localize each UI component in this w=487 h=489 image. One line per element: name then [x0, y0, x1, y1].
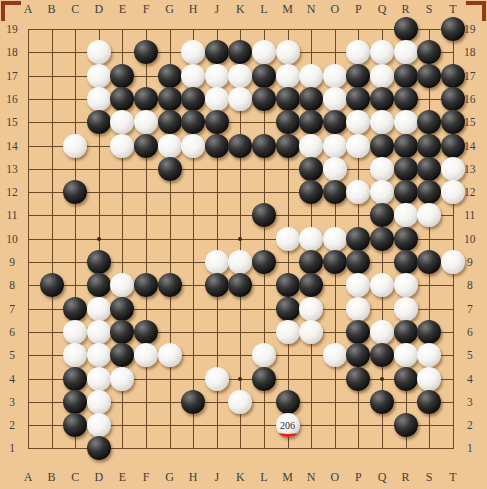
stone-black — [158, 64, 182, 88]
stone-white — [323, 157, 347, 181]
stone-white — [63, 134, 87, 158]
stone-white — [346, 134, 370, 158]
coord-label-right: 4 — [467, 373, 473, 384]
coord-label-bottom: O — [330, 471, 339, 483]
stone-black — [276, 390, 300, 414]
stone-black — [394, 413, 418, 437]
coord-label-bottom: J — [214, 471, 219, 483]
stone-black — [40, 273, 64, 297]
stone-white — [441, 180, 465, 204]
last-move-marker-stone: 206 — [276, 413, 300, 437]
stone-black — [87, 273, 111, 297]
stone-black — [441, 17, 465, 41]
stone-black — [394, 17, 418, 41]
coord-label-left: 18 — [6, 47, 18, 58]
stone-black — [346, 87, 370, 111]
stone-black — [370, 227, 394, 251]
stone-white — [394, 297, 418, 321]
stone-white — [87, 64, 111, 88]
star-point — [238, 377, 242, 381]
stone-black — [370, 203, 394, 227]
stone-black — [346, 227, 370, 251]
coord-label-left: 12 — [6, 187, 18, 198]
coord-label-top: M — [282, 3, 293, 15]
stone-white — [346, 40, 370, 64]
stone-black — [346, 367, 370, 391]
stone-black — [276, 273, 300, 297]
stone-white — [394, 40, 418, 64]
stone-black — [346, 320, 370, 344]
last-move-number: 206 — [280, 420, 295, 431]
stone-white — [346, 110, 370, 134]
stone-white — [370, 40, 394, 64]
coord-label-left: 2 — [9, 420, 15, 431]
coord-label-left: 5 — [9, 350, 15, 361]
stone-white — [110, 367, 134, 391]
stone-black — [110, 87, 134, 111]
stone-white — [276, 64, 300, 88]
coord-label-right: 17 — [464, 70, 476, 81]
stone-black — [323, 110, 347, 134]
coord-label-top: H — [189, 3, 198, 15]
coord-label-top: B — [48, 3, 56, 15]
stone-white — [323, 87, 347, 111]
coord-label-top: J — [214, 3, 219, 15]
coord-label-right: 1 — [467, 443, 473, 454]
stone-white — [252, 40, 276, 64]
stone-black — [299, 250, 323, 274]
stone-white — [205, 87, 229, 111]
stone-black — [87, 250, 111, 274]
coord-label-bottom: R — [402, 471, 410, 483]
stone-black — [181, 110, 205, 134]
stone-black — [134, 134, 158, 158]
coord-label-left: 14 — [6, 140, 18, 151]
stone-white — [134, 343, 158, 367]
stone-white — [299, 297, 323, 321]
stone-black — [394, 87, 418, 111]
stone-white — [394, 273, 418, 297]
stone-white — [110, 110, 134, 134]
stone-white — [181, 64, 205, 88]
stone-white — [228, 64, 252, 88]
stone-black — [394, 180, 418, 204]
stone-white — [323, 227, 347, 251]
stone-white — [228, 390, 252, 414]
stone-black — [276, 134, 300, 158]
stone-black — [181, 390, 205, 414]
stone-black — [87, 436, 111, 460]
stone-black — [417, 110, 441, 134]
stone-black — [299, 87, 323, 111]
coord-label-top: C — [71, 3, 79, 15]
stone-white — [228, 87, 252, 111]
stone-white — [394, 343, 418, 367]
stone-black — [87, 110, 111, 134]
stone-black — [252, 87, 276, 111]
star-point — [380, 377, 384, 381]
stone-black — [323, 250, 347, 274]
stone-black — [441, 87, 465, 111]
stone-black — [441, 64, 465, 88]
coord-label-left: 7 — [9, 303, 15, 314]
stone-white — [87, 320, 111, 344]
coord-label-left: 1 — [9, 443, 15, 454]
stone-black — [110, 64, 134, 88]
stone-black — [63, 297, 87, 321]
stone-black — [370, 87, 394, 111]
coord-label-bottom: T — [449, 471, 456, 483]
stone-white — [323, 343, 347, 367]
coord-label-right: 3 — [467, 396, 473, 407]
stone-black — [394, 64, 418, 88]
coord-label-top: G — [165, 3, 174, 15]
stone-black — [63, 390, 87, 414]
stone-black — [276, 297, 300, 321]
stone-black — [252, 367, 276, 391]
stone-black — [63, 367, 87, 391]
stone-white — [417, 203, 441, 227]
stone-white — [205, 64, 229, 88]
stone-black — [158, 87, 182, 111]
stone-black — [370, 390, 394, 414]
coord-label-top: Q — [378, 3, 387, 15]
coord-label-left: 8 — [9, 280, 15, 291]
stone-black — [417, 180, 441, 204]
coord-label-right: 8 — [467, 280, 473, 291]
coord-label-left: 4 — [9, 373, 15, 384]
stone-white — [87, 87, 111, 111]
coord-label-right: 13 — [464, 163, 476, 174]
stone-white — [181, 40, 205, 64]
stone-white — [299, 64, 323, 88]
stone-black — [228, 273, 252, 297]
stone-black — [441, 134, 465, 158]
stone-white — [394, 203, 418, 227]
stone-black — [346, 64, 370, 88]
stone-black — [299, 157, 323, 181]
stone-black — [134, 40, 158, 64]
stone-black — [346, 343, 370, 367]
stone-black — [394, 134, 418, 158]
stone-black — [181, 87, 205, 111]
coord-label-bottom: E — [119, 471, 126, 483]
coord-label-left: 16 — [6, 93, 18, 104]
stone-black — [158, 157, 182, 181]
stone-black — [63, 413, 87, 437]
stone-black — [394, 157, 418, 181]
stone-white — [346, 297, 370, 321]
coord-label-right: 7 — [467, 303, 473, 314]
stone-black — [394, 250, 418, 274]
coord-label-left: 3 — [9, 396, 15, 407]
stone-black — [299, 110, 323, 134]
stone-black — [228, 134, 252, 158]
stone-white — [299, 134, 323, 158]
stone-black — [394, 320, 418, 344]
coord-label-right: 12 — [464, 187, 476, 198]
coord-label-top: A — [24, 3, 33, 15]
coord-label-left: 10 — [6, 233, 18, 244]
star-point — [238, 237, 242, 241]
stone-black — [158, 273, 182, 297]
star-point — [97, 237, 101, 241]
stone-white — [323, 134, 347, 158]
coord-label-bottom: K — [236, 471, 245, 483]
stone-white — [87, 367, 111, 391]
coord-label-top: D — [94, 3, 103, 15]
stone-black — [134, 273, 158, 297]
stone-white — [441, 250, 465, 274]
coord-label-bottom: F — [143, 471, 150, 483]
stone-black — [323, 180, 347, 204]
stone-white — [370, 110, 394, 134]
coord-label-bottom: Q — [378, 471, 387, 483]
coord-label-bottom: H — [189, 471, 198, 483]
stone-black — [394, 227, 418, 251]
stone-black — [228, 40, 252, 64]
stone-white — [252, 343, 276, 367]
stone-black — [134, 320, 158, 344]
stone-black — [110, 297, 134, 321]
stone-white — [299, 227, 323, 251]
stone-white — [346, 180, 370, 204]
stone-white — [370, 157, 394, 181]
stone-black — [417, 250, 441, 274]
stone-black — [205, 40, 229, 64]
coord-label-top: K — [236, 3, 245, 15]
stone-white — [87, 297, 111, 321]
coord-label-left: 19 — [6, 24, 18, 35]
coord-label-left: 6 — [9, 326, 15, 337]
stone-white — [323, 64, 347, 88]
stone-black — [205, 134, 229, 158]
stone-black — [417, 390, 441, 414]
coord-label-left: 15 — [6, 117, 18, 128]
stone-white — [346, 273, 370, 297]
stone-white — [158, 343, 182, 367]
coord-label-right: 16 — [464, 93, 476, 104]
stone-white — [228, 250, 252, 274]
coord-label-bottom: D — [94, 471, 103, 483]
stone-black — [205, 110, 229, 134]
coord-label-bottom: N — [307, 471, 316, 483]
stone-white — [370, 64, 394, 88]
coord-label-right: 19 — [464, 24, 476, 35]
coord-label-left: 17 — [6, 70, 18, 81]
stone-black — [63, 180, 87, 204]
stone-white — [205, 250, 229, 274]
stone-white — [441, 157, 465, 181]
stone-white — [276, 227, 300, 251]
stone-white — [276, 40, 300, 64]
stone-white — [63, 343, 87, 367]
stone-black — [252, 250, 276, 274]
coord-label-right: 11 — [464, 210, 475, 221]
stone-black — [370, 134, 394, 158]
stone-black — [441, 110, 465, 134]
stone-black — [252, 203, 276, 227]
coord-label-bottom: S — [426, 471, 433, 483]
coord-label-top: O — [330, 3, 339, 15]
coord-label-top: N — [307, 3, 316, 15]
coord-label-left: 9 — [9, 257, 15, 268]
stone-white — [370, 180, 394, 204]
stone-white — [370, 273, 394, 297]
stone-white — [110, 273, 134, 297]
stone-white — [299, 320, 323, 344]
coord-label-bottom: L — [260, 471, 267, 483]
stone-white — [134, 110, 158, 134]
stone-black — [205, 273, 229, 297]
stone-white — [370, 320, 394, 344]
stone-white — [158, 134, 182, 158]
stone-black — [299, 180, 323, 204]
stone-black — [417, 64, 441, 88]
stone-white — [205, 367, 229, 391]
coord-label-right: 15 — [464, 117, 476, 128]
coord-label-bottom: C — [71, 471, 79, 483]
stone-black — [134, 87, 158, 111]
stone-black — [252, 64, 276, 88]
stone-white — [394, 110, 418, 134]
coord-label-right: 2 — [467, 420, 473, 431]
coord-label-right: 18 — [464, 47, 476, 58]
stone-black — [417, 40, 441, 64]
stone-black — [110, 343, 134, 367]
stone-white — [87, 343, 111, 367]
stone-black — [276, 110, 300, 134]
stone-black — [276, 87, 300, 111]
stone-black — [299, 273, 323, 297]
coord-label-top: T — [449, 3, 456, 15]
stone-white — [87, 413, 111, 437]
coord-label-bottom: G — [165, 471, 174, 483]
stone-black — [370, 343, 394, 367]
stone-white — [87, 40, 111, 64]
coord-label-left: 11 — [6, 210, 17, 221]
coord-label-right: 10 — [464, 233, 476, 244]
stone-black — [417, 134, 441, 158]
coord-label-right: 5 — [467, 350, 473, 361]
coord-label-top: R — [402, 3, 410, 15]
coord-label-left: 13 — [6, 163, 18, 174]
stone-black — [394, 367, 418, 391]
stone-black — [417, 320, 441, 344]
stone-black — [158, 110, 182, 134]
stone-white — [181, 134, 205, 158]
stone-white — [417, 343, 441, 367]
coord-label-top: E — [119, 3, 126, 15]
coord-label-right: 6 — [467, 326, 473, 337]
coord-label-bottom: B — [48, 471, 56, 483]
stone-white — [110, 134, 134, 158]
stone-white — [276, 320, 300, 344]
stone-white — [87, 390, 111, 414]
coord-label-bottom: P — [355, 471, 362, 483]
stone-black — [417, 157, 441, 181]
stone-black — [110, 320, 134, 344]
stone-white — [63, 320, 87, 344]
coord-label-top: L — [260, 3, 267, 15]
stone-white — [417, 367, 441, 391]
coord-label-bottom: M — [282, 471, 293, 483]
coord-label-bottom: A — [24, 471, 33, 483]
coord-label-top: P — [355, 3, 362, 15]
coord-label-right: 14 — [464, 140, 476, 151]
coord-label-right: 9 — [467, 257, 473, 268]
stone-black — [252, 134, 276, 158]
coord-label-top: S — [426, 3, 433, 15]
stone-black — [346, 250, 370, 274]
coord-label-top: F — [143, 3, 150, 15]
